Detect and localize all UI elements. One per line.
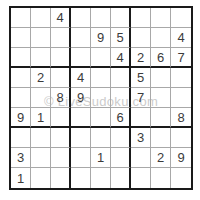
cell-r8c5: 1	[91, 148, 111, 168]
sudoku-board: © LiveSudoku.com 49544267245897916833129…	[9, 6, 193, 190]
cell-r1c4[interactable]	[71, 8, 91, 28]
cell-r5c4: 9	[71, 88, 91, 108]
cell-r2c5: 9	[91, 28, 111, 48]
cell-r2c7[interactable]	[131, 28, 151, 48]
cell-r8c1: 3	[11, 148, 31, 168]
cell-r3c7: 2	[131, 48, 151, 68]
cell-r2c6: 5	[111, 28, 131, 48]
cell-r6c3[interactable]	[51, 108, 71, 128]
cell-r1c8[interactable]	[151, 8, 171, 28]
cell-r6c5[interactable]	[91, 108, 111, 128]
cell-r3c9: 7	[171, 48, 191, 68]
cell-r7c6[interactable]	[111, 128, 131, 148]
cell-r9c3[interactable]	[51, 168, 71, 188]
cell-r5c2[interactable]	[31, 88, 51, 108]
cell-r6c6: 6	[111, 108, 131, 128]
cell-r6c2: 1	[31, 108, 51, 128]
cell-r5c7: 7	[131, 88, 151, 108]
cell-r4c5[interactable]	[91, 68, 111, 88]
cell-r1c2[interactable]	[31, 8, 51, 28]
cell-r4c8[interactable]	[151, 68, 171, 88]
cell-r9c5[interactable]	[91, 168, 111, 188]
cell-r4c9[interactable]	[171, 68, 191, 88]
cell-r3c2[interactable]	[31, 48, 51, 68]
cell-r1c1[interactable]	[11, 8, 31, 28]
cell-r1c5[interactable]	[91, 8, 111, 28]
cell-r5c1[interactable]	[11, 88, 31, 108]
cell-r3c5[interactable]	[91, 48, 111, 68]
cell-r3c3[interactable]	[51, 48, 71, 68]
cell-r1c9[interactable]	[171, 8, 191, 28]
cell-r1c3: 4	[51, 8, 71, 28]
cell-r5c3: 8	[51, 88, 71, 108]
cell-r9c7[interactable]	[131, 168, 151, 188]
cell-r3c6: 4	[111, 48, 131, 68]
cell-r7c4[interactable]	[71, 128, 91, 148]
cell-r1c6[interactable]	[111, 8, 131, 28]
cell-r8c2[interactable]	[31, 148, 51, 168]
cell-r2c4[interactable]	[71, 28, 91, 48]
cell-r2c2[interactable]	[31, 28, 51, 48]
cell-r7c7: 3	[131, 128, 151, 148]
cell-r3c8: 6	[151, 48, 171, 68]
cell-r3c1[interactable]	[11, 48, 31, 68]
cell-r9c6[interactable]	[111, 168, 131, 188]
cell-r8c3[interactable]	[51, 148, 71, 168]
cell-r5c9[interactable]	[171, 88, 191, 108]
cell-r7c3[interactable]	[51, 128, 71, 148]
cell-r5c5[interactable]	[91, 88, 111, 108]
cell-r4c6[interactable]	[111, 68, 131, 88]
cell-r9c8[interactable]	[151, 168, 171, 188]
cell-r8c7[interactable]	[131, 148, 151, 168]
cell-r4c1[interactable]	[11, 68, 31, 88]
cell-r4c4: 4	[71, 68, 91, 88]
cell-r6c4[interactable]	[71, 108, 91, 128]
cell-r9c2[interactable]	[31, 168, 51, 188]
cell-r7c9[interactable]	[171, 128, 191, 148]
sudoku-puzzle: © LiveSudoku.com 49544267245897916833129…	[0, 0, 200, 200]
cell-r7c5[interactable]	[91, 128, 111, 148]
cell-r4c2: 2	[31, 68, 51, 88]
cell-r7c2[interactable]	[31, 128, 51, 148]
cell-r7c1[interactable]	[11, 128, 31, 148]
cell-r4c7: 5	[131, 68, 151, 88]
cell-r7c8[interactable]	[151, 128, 171, 148]
cell-r2c1[interactable]	[11, 28, 31, 48]
cell-r1c7[interactable]	[131, 8, 151, 28]
cell-r5c6[interactable]	[111, 88, 131, 108]
cell-r3c4[interactable]	[71, 48, 91, 68]
cell-r6c1: 9	[11, 108, 31, 128]
cell-r4c3[interactable]	[51, 68, 71, 88]
cell-r6c9: 8	[171, 108, 191, 128]
cell-r2c8[interactable]	[151, 28, 171, 48]
cell-r2c9: 4	[171, 28, 191, 48]
cell-r9c9[interactable]	[171, 168, 191, 188]
cell-r6c8[interactable]	[151, 108, 171, 128]
cell-r9c1: 1	[11, 168, 31, 188]
cell-r8c9: 9	[171, 148, 191, 168]
cell-r8c4[interactable]	[71, 148, 91, 168]
cell-r9c4[interactable]	[71, 168, 91, 188]
cell-r5c8[interactable]	[151, 88, 171, 108]
cell-r8c6[interactable]	[111, 148, 131, 168]
cell-r8c8: 2	[151, 148, 171, 168]
cell-r2c3[interactable]	[51, 28, 71, 48]
cell-r6c7[interactable]	[131, 108, 151, 128]
